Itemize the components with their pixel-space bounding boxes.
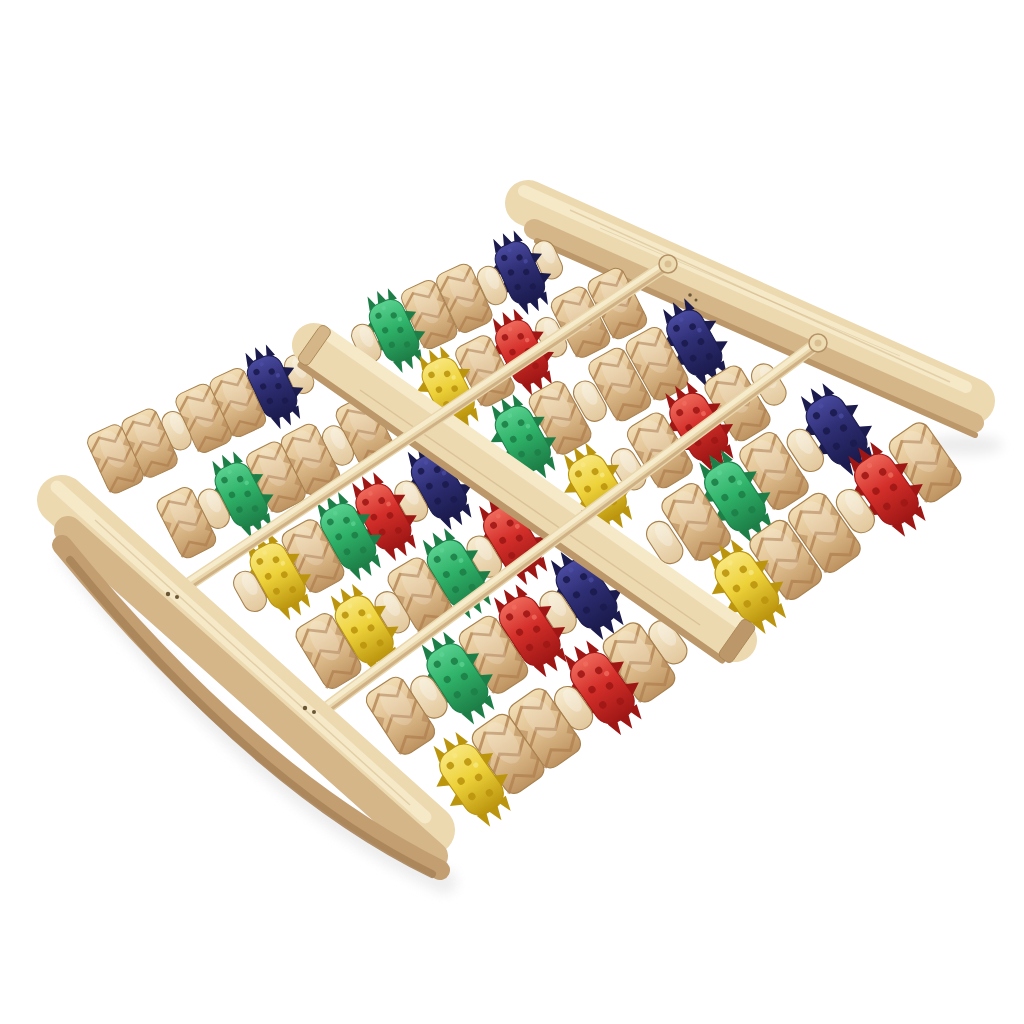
product-photo [0,0,1024,1024]
foot-massager-illustration [0,0,1024,1024]
